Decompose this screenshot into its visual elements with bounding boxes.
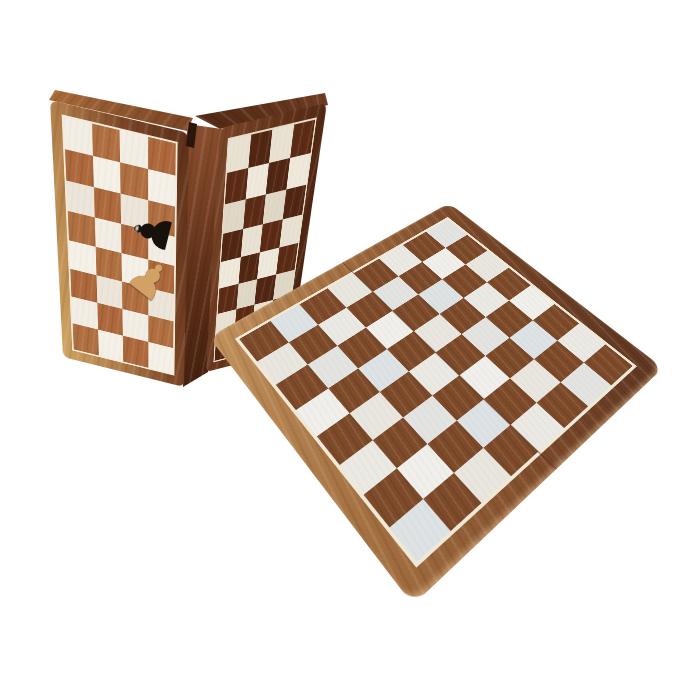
light-square: [286, 153, 311, 189]
dark-square: [282, 185, 306, 220]
light-square: [279, 215, 302, 248]
dark-square: [276, 243, 298, 275]
chess-set-product-photo: ♟♟: [0, 0, 700, 700]
light-square: [148, 342, 173, 374]
dark-square: [290, 120, 315, 158]
specular-highlight: [134, 224, 141, 234]
light-square: [98, 329, 124, 361]
dark-square: [123, 336, 148, 368]
dark-square: [73, 323, 99, 355]
